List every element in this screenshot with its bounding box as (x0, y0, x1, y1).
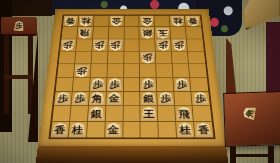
board-cell[interactable]: 桂 (78, 16, 94, 27)
board-cell[interactable] (189, 64, 207, 77)
board-cell[interactable]: 歩 (60, 39, 77, 51)
shogi-piece-sente-N[interactable]: 桂 (177, 123, 194, 138)
shogi-piece-sente-G[interactable]: 金 (105, 123, 122, 138)
shogi-piece-sente-G[interactable]: 金 (106, 92, 122, 106)
board-cell[interactable] (70, 106, 89, 121)
shogi-piece-sente-N[interactable]: 桂 (69, 123, 86, 138)
board-cell[interactable] (61, 27, 78, 39)
board-cell[interactable] (170, 27, 186, 39)
shogi-piece-sente-P[interactable]: 歩 (72, 92, 88, 106)
shogi-piece-gote-P[interactable]: 歩 (61, 39, 76, 51)
board-cell[interactable]: 歩 (157, 92, 175, 107)
board-cell[interactable] (155, 16, 171, 27)
captured-piece-white-hand[interactable]: 歩 (14, 21, 25, 32)
board-cell[interactable] (174, 92, 192, 107)
shogi-piece-gote-P[interactable]: 歩 (172, 39, 187, 51)
board-cell[interactable] (56, 78, 74, 92)
board-cell[interactable] (107, 64, 124, 77)
shogi-piece-gote-L[interactable]: 香 (186, 16, 201, 27)
shogi-piece-sente-K[interactable]: 王 (141, 107, 157, 121)
board-cell[interactable] (124, 16, 139, 27)
board-cell[interactable]: 角 (89, 92, 107, 107)
shogi-piece-gote-P[interactable]: 歩 (156, 39, 171, 51)
board-cell[interactable]: 金 (140, 16, 156, 27)
table-front-face (35, 146, 229, 163)
board-cell[interactable] (124, 39, 140, 51)
shogi-piece-gote-N[interactable]: 桂 (170, 16, 184, 27)
board-cell[interactable]: 歩 (140, 78, 157, 92)
board-cell[interactable]: 歩 (54, 92, 73, 107)
board-cell[interactable] (158, 106, 176, 121)
shogi-piece-gote-L[interactable]: 香 (63, 16, 78, 27)
shogi-board: 香桂金金桂香飛銀玉歩歩歩歩歩歩歩歩歩歩歩歩歩角金銀歩歩銀王飛香桂金桂香 (38, 9, 226, 146)
board-cell[interactable] (90, 64, 107, 77)
board-cell[interactable]: 香 (185, 16, 201, 27)
board-cell[interactable]: 金 (106, 92, 124, 107)
board-cell[interactable]: 王 (141, 106, 159, 121)
left-komadai-rail (4, 75, 33, 79)
board-cell[interactable]: 歩 (92, 39, 108, 51)
shogi-piece-sente-S[interactable]: 銀 (88, 107, 104, 121)
shogi-piece-gote-P[interactable]: 歩 (108, 39, 123, 51)
board-cell[interactable]: 歩 (90, 78, 108, 92)
board-cell[interactable]: 飛 (175, 106, 194, 121)
shogi-piece-sente-P[interactable]: 歩 (107, 78, 122, 91)
board-cell[interactable] (123, 106, 141, 121)
board-cell[interactable]: 香 (194, 122, 213, 138)
board-cell[interactable] (141, 122, 159, 138)
board-cell[interactable]: 銀 (140, 27, 156, 39)
board-cell[interactable] (172, 52, 189, 65)
board-cell[interactable] (94, 16, 110, 27)
board-cell[interactable]: 銀 (140, 92, 158, 107)
right-komadai-rail (230, 154, 274, 157)
board-cell[interactable]: 歩 (108, 39, 124, 51)
board-cell[interactable]: 玉 (155, 27, 171, 39)
board-cell[interactable] (156, 52, 173, 65)
board-cell[interactable]: 歩 (107, 78, 124, 92)
board-cell[interactable] (75, 52, 92, 65)
board-cell[interactable] (193, 106, 212, 121)
board-cell[interactable] (188, 52, 205, 65)
board-cell[interactable] (190, 78, 208, 92)
board-cell[interactable] (108, 52, 124, 65)
shogi-piece-gote-K[interactable]: 玉 (155, 27, 170, 38)
board-cell[interactable]: 歩 (74, 64, 91, 77)
board-cell[interactable] (93, 27, 109, 39)
board-cell[interactable]: 香 (63, 16, 79, 27)
board-cell[interactable] (140, 64, 157, 77)
shogi-piece-sente-P[interactable]: 歩 (141, 78, 156, 91)
board-cell[interactable] (124, 64, 141, 77)
shogi-piece-sente-L[interactable]: 香 (51, 123, 69, 138)
shogi-piece-sente-P[interactable]: 歩 (54, 92, 71, 106)
shogi-piece-sente-S[interactable]: 銀 (141, 92, 157, 106)
board-cell[interactable]: 桂 (170, 16, 186, 27)
shogi-piece-sente-P[interactable]: 歩 (90, 78, 106, 91)
board-cell[interactable]: 歩 (171, 39, 188, 51)
shogi-piece-gote-P[interactable]: 歩 (74, 65, 90, 77)
board-cell[interactable]: 歩 (71, 92, 89, 107)
board-cell[interactable]: 香 (51, 122, 70, 138)
board-cell[interactable] (105, 106, 123, 121)
shogi-piece-gote-P[interactable]: 歩 (140, 52, 155, 64)
board-cell[interactable] (91, 52, 108, 65)
board-cell[interactable] (124, 78, 141, 92)
board-cell[interactable] (59, 52, 76, 65)
board-cell[interactable] (140, 39, 156, 51)
shogi-piece-sente-P[interactable]: 歩 (192, 92, 209, 106)
board-cell[interactable] (76, 39, 93, 51)
board-cell[interactable] (173, 64, 190, 77)
shogi-piece-gote-G[interactable]: 金 (109, 16, 123, 27)
board-cell[interactable]: 銀 (88, 106, 106, 121)
board-cell[interactable] (187, 39, 204, 51)
board-cell[interactable]: 歩 (156, 39, 172, 51)
board-cell[interactable]: 歩 (191, 92, 210, 107)
board-cell[interactable] (123, 122, 141, 138)
board-cell[interactable]: 金 (105, 122, 123, 138)
board-cell[interactable]: 歩 (174, 78, 192, 92)
board-cell[interactable]: 歩 (140, 52, 156, 65)
shogi-piece-gote-R[interactable]: 飛 (78, 27, 93, 38)
shogi-piece-sente-L[interactable]: 香 (195, 123, 213, 138)
board-cell[interactable] (57, 64, 75, 77)
shogi-table: 香桂金金桂香飛銀玉歩歩歩歩歩歩歩歩歩歩歩歩歩角金銀歩歩銀王飛香桂金桂香 (35, 9, 229, 163)
right-komadai-top: 角 (223, 91, 280, 147)
left-komadai-top: 歩 (1, 17, 37, 36)
board-cell[interactable] (108, 27, 124, 39)
board-cell[interactable] (124, 27, 140, 39)
board-cell[interactable]: 桂 (176, 122, 195, 138)
shogi-piece-gote-G[interactable]: 金 (140, 16, 154, 27)
board-cell[interactable] (159, 122, 178, 138)
shogi-piece-sente-B[interactable]: 角 (89, 92, 105, 106)
shogi-piece-gote-N[interactable]: 桂 (79, 16, 94, 27)
board-cell[interactable] (87, 122, 106, 138)
board-cell[interactable] (52, 106, 71, 121)
shogi-board-grid: 香桂金金桂香飛銀玉歩歩歩歩歩歩歩歩歩歩歩歩歩角金銀歩歩銀王飛香桂金桂香 (48, 15, 215, 140)
board-cell[interactable] (123, 92, 140, 107)
board-cell[interactable] (124, 52, 140, 65)
photo-scene: 歩 香桂金金桂香飛銀玉歩歩歩歩歩歩歩歩歩歩歩歩歩角金銀歩歩銀王飛香桂金桂香 角 (0, 0, 280, 163)
shogi-piece-sente-P[interactable]: 歩 (174, 78, 190, 91)
board-cell[interactable] (73, 78, 91, 92)
captured-piece-black-hand[interactable]: 角 (242, 106, 256, 121)
shogi-piece-gote-P[interactable]: 歩 (92, 39, 107, 51)
right-komadai: 角 (224, 92, 280, 163)
board-cell[interactable] (156, 64, 173, 77)
board-cell[interactable] (186, 27, 203, 39)
board-cell[interactable]: 飛 (77, 27, 93, 39)
board-cell[interactable] (157, 78, 174, 92)
board-cell[interactable]: 桂 (69, 122, 88, 138)
board-cell[interactable]: 金 (109, 16, 125, 27)
shogi-piece-sente-R[interactable]: 飛 (176, 107, 193, 121)
shogi-piece-sente-P[interactable]: 歩 (158, 92, 174, 106)
shogi-piece-gote-S[interactable]: 銀 (140, 27, 154, 38)
